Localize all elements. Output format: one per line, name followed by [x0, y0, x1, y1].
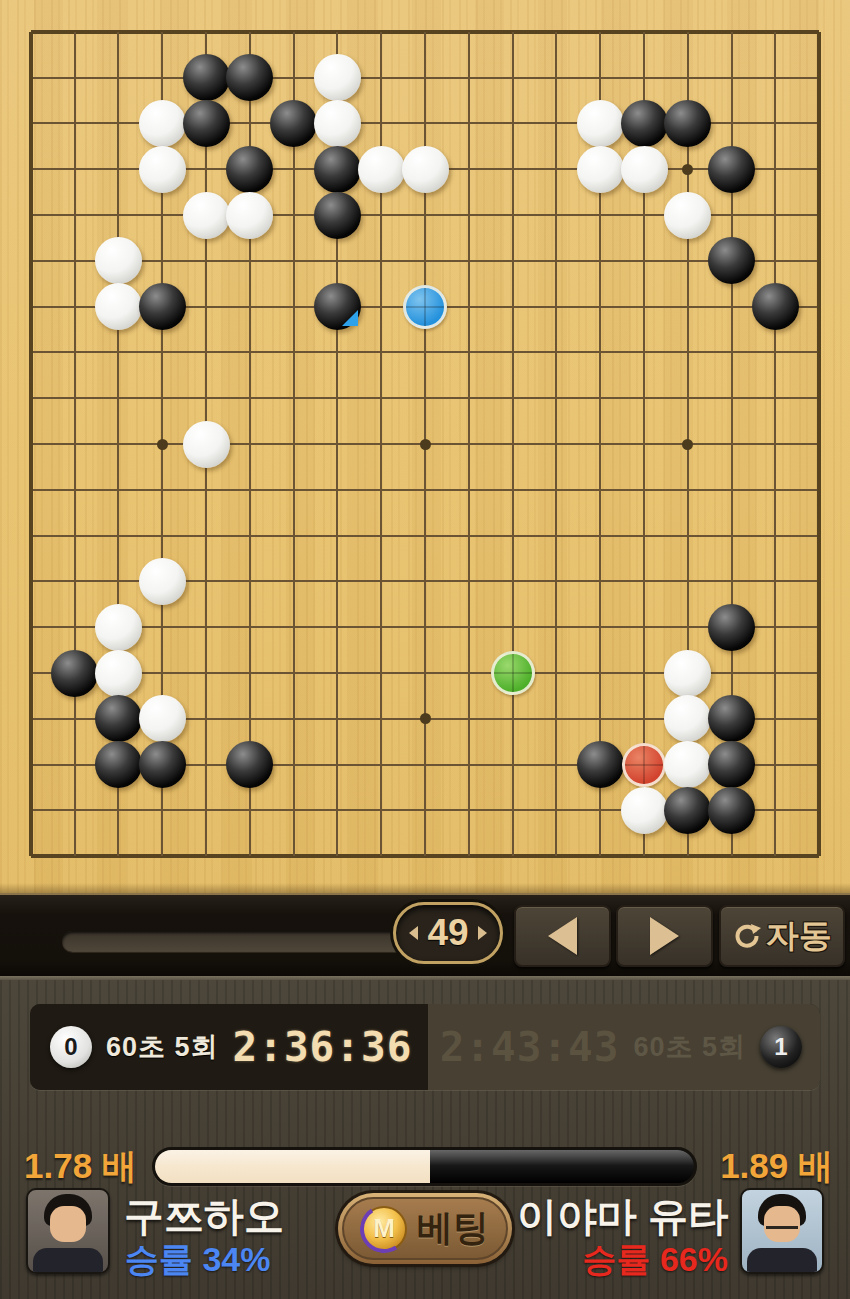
board-intersection[interactable] [622, 467, 666, 513]
board-intersection[interactable] [140, 513, 184, 559]
board-intersection[interactable] [447, 55, 491, 101]
board-intersection[interactable] [491, 101, 535, 147]
board-intersection[interactable] [316, 421, 360, 467]
board-intersection[interactable] [535, 833, 579, 879]
board-intersection[interactable] [403, 650, 447, 696]
board-intersection[interactable] [272, 467, 316, 513]
board-intersection[interactable] [359, 238, 403, 284]
board-intersection[interactable] [184, 192, 228, 238]
board-intersection[interactable] [403, 9, 447, 55]
board-intersection[interactable] [53, 238, 97, 284]
board-intersection[interactable] [535, 284, 579, 330]
board-intersection[interactable] [359, 467, 403, 513]
board-intersection[interactable] [184, 375, 228, 421]
board-intersection[interactable] [578, 101, 622, 147]
board-intersection[interactable] [97, 9, 141, 55]
board-intersection[interactable] [140, 55, 184, 101]
board-intersection[interactable] [710, 421, 754, 467]
board-intersection[interactable] [359, 330, 403, 376]
board-intersection[interactable] [359, 192, 403, 238]
board-intersection[interactable] [797, 330, 841, 376]
board-intersection[interactable] [359, 788, 403, 834]
board-intersection[interactable] [97, 375, 141, 421]
board-intersection[interactable] [491, 788, 535, 834]
board-intersection[interactable] [140, 330, 184, 376]
board-intersection[interactable] [622, 742, 666, 788]
board-intersection[interactable] [491, 604, 535, 650]
board-intersection[interactable] [491, 467, 535, 513]
board-intersection[interactable] [272, 604, 316, 650]
board-intersection[interactable] [710, 650, 754, 696]
board-intersection[interactable] [184, 650, 228, 696]
board-intersection[interactable] [754, 9, 798, 55]
board-intersection[interactable] [53, 421, 97, 467]
board-intersection[interactable] [359, 9, 403, 55]
board-intersection[interactable] [666, 284, 710, 330]
board-intersection[interactable] [535, 604, 579, 650]
board-intersection[interactable] [622, 101, 666, 147]
board-intersection[interactable] [754, 696, 798, 742]
board-intersection[interactable] [754, 513, 798, 559]
board-intersection[interactable] [622, 696, 666, 742]
board-intersection[interactable] [316, 375, 360, 421]
board-intersection[interactable] [491, 146, 535, 192]
board-intersection[interactable] [228, 559, 272, 605]
board-intersection[interactable] [666, 650, 710, 696]
board-intersection[interactable] [359, 696, 403, 742]
board-intersection[interactable] [797, 833, 841, 879]
board-intersection[interactable] [140, 696, 184, 742]
board-intersection[interactable] [140, 284, 184, 330]
board-intersection[interactable] [491, 9, 535, 55]
board-intersection[interactable] [797, 788, 841, 834]
board-intersection[interactable] [97, 650, 141, 696]
board-intersection[interactable] [9, 788, 53, 834]
board-intersection[interactable] [535, 559, 579, 605]
prev-move-button[interactable] [514, 905, 611, 967]
board-intersection[interactable] [9, 650, 53, 696]
board-intersection[interactable] [53, 284, 97, 330]
board-intersection[interactable] [491, 375, 535, 421]
board-intersection[interactable] [666, 375, 710, 421]
board-intersection[interactable] [797, 650, 841, 696]
board-intersection[interactable] [403, 513, 447, 559]
board-intersection[interactable] [316, 192, 360, 238]
board-intersection[interactable] [140, 192, 184, 238]
board-intersection[interactable] [359, 650, 403, 696]
board-intersection[interactable] [666, 330, 710, 376]
board-intersection[interactable] [578, 696, 622, 742]
board-intersection[interactable] [9, 833, 53, 879]
board-intersection[interactable] [53, 146, 97, 192]
board-intersection[interactable] [797, 742, 841, 788]
move-counter-pill[interactable]: 49 [393, 902, 503, 964]
board-intersection[interactable] [184, 9, 228, 55]
board-intersection[interactable] [535, 101, 579, 147]
board-intersection[interactable] [140, 238, 184, 284]
board-intersection[interactable] [710, 742, 754, 788]
board-intersection[interactable] [316, 467, 360, 513]
board-intersection[interactable] [754, 284, 798, 330]
board-intersection[interactable] [578, 330, 622, 376]
board-intersection[interactable] [140, 650, 184, 696]
board-intersection[interactable] [359, 604, 403, 650]
board-intersection[interactable] [535, 192, 579, 238]
board-intersection[interactable] [447, 192, 491, 238]
board-intersection[interactable] [447, 101, 491, 147]
board-intersection[interactable] [710, 833, 754, 879]
board-intersection[interactable] [622, 650, 666, 696]
board-intersection[interactable] [447, 833, 491, 879]
board-intersection[interactable] [359, 742, 403, 788]
board-intersection[interactable] [797, 238, 841, 284]
board-intersection[interactable] [403, 788, 447, 834]
board-intersection[interactable] [535, 788, 579, 834]
board-intersection[interactable] [403, 55, 447, 101]
board-intersection[interactable] [272, 146, 316, 192]
board-intersection[interactable] [666, 238, 710, 284]
board-intersection[interactable] [272, 375, 316, 421]
board-intersection[interactable] [622, 146, 666, 192]
board-intersection[interactable] [9, 604, 53, 650]
board-intersection[interactable] [710, 788, 754, 834]
board-intersection[interactable] [359, 284, 403, 330]
board-intersection[interactable] [316, 696, 360, 742]
board-intersection[interactable] [53, 788, 97, 834]
board-intersection[interactable] [272, 421, 316, 467]
board-intersection[interactable] [140, 559, 184, 605]
board-intersection[interactable] [491, 650, 535, 696]
board-intersection[interactable] [666, 421, 710, 467]
board-intersection[interactable] [316, 650, 360, 696]
board-intersection[interactable] [359, 375, 403, 421]
board-intersection[interactable] [666, 55, 710, 101]
board-intersection[interactable] [272, 9, 316, 55]
board-intersection[interactable] [184, 742, 228, 788]
board-intersection[interactable] [316, 833, 360, 879]
board-intersection[interactable] [53, 375, 97, 421]
board-intersection[interactable] [359, 513, 403, 559]
board-intersection[interactable] [140, 833, 184, 879]
board-intersection[interactable] [272, 513, 316, 559]
board-intersection[interactable] [316, 146, 360, 192]
board-intersection[interactable] [491, 284, 535, 330]
board-intersection[interactable] [403, 559, 447, 605]
board-intersection[interactable] [184, 146, 228, 192]
board-intersection[interactable] [622, 604, 666, 650]
board-intersection[interactable] [316, 284, 360, 330]
board-intersection[interactable] [9, 696, 53, 742]
board-intersection[interactable] [578, 238, 622, 284]
board-intersection[interactable] [535, 650, 579, 696]
board-intersection[interactable] [9, 55, 53, 101]
board-intersection[interactable] [359, 55, 403, 101]
board-intersection[interactable] [447, 742, 491, 788]
board-intersection[interactable] [53, 559, 97, 605]
board-intersection[interactable] [491, 513, 535, 559]
board-intersection[interactable] [666, 146, 710, 192]
board-intersection[interactable] [140, 604, 184, 650]
board-intersection[interactable] [184, 604, 228, 650]
board-intersection[interactable] [272, 833, 316, 879]
board-intersection[interactable] [666, 742, 710, 788]
board-intersection[interactable] [272, 559, 316, 605]
board-intersection[interactable] [447, 375, 491, 421]
board-intersection[interactable] [666, 604, 710, 650]
board-intersection[interactable] [272, 696, 316, 742]
board-intersection[interactable] [316, 101, 360, 147]
board-intersection[interactable] [578, 146, 622, 192]
board-intersection[interactable] [228, 467, 272, 513]
board-intersection[interactable] [403, 238, 447, 284]
board-intersection[interactable] [403, 284, 447, 330]
board-intersection[interactable] [666, 513, 710, 559]
board-intersection[interactable] [228, 513, 272, 559]
board-intersection[interactable] [754, 421, 798, 467]
board-intersection[interactable] [9, 467, 53, 513]
board-intersection[interactable] [754, 330, 798, 376]
board-intersection[interactable] [53, 192, 97, 238]
board-intersection[interactable] [535, 696, 579, 742]
board-intersection[interactable] [754, 192, 798, 238]
board-intersection[interactable] [97, 192, 141, 238]
board-intersection[interactable] [184, 101, 228, 147]
board-intersection[interactable] [797, 146, 841, 192]
board-intersection[interactable] [316, 742, 360, 788]
board-intersection[interactable] [754, 788, 798, 834]
board-intersection[interactable] [535, 742, 579, 788]
board-intersection[interactable] [622, 375, 666, 421]
board-intersection[interactable] [228, 330, 272, 376]
board-intersection[interactable] [403, 421, 447, 467]
board-intersection[interactable] [578, 604, 622, 650]
board-intersection[interactable] [184, 421, 228, 467]
board-intersection[interactable] [710, 559, 754, 605]
board-intersection[interactable] [403, 192, 447, 238]
board-intersection[interactable] [228, 55, 272, 101]
board-intersection[interactable] [53, 742, 97, 788]
board-intersection[interactable] [754, 101, 798, 147]
board-intersection[interactable] [797, 604, 841, 650]
board-intersection[interactable] [228, 101, 272, 147]
board-intersection[interactable] [754, 742, 798, 788]
board-intersection[interactable] [710, 696, 754, 742]
board-intersection[interactable] [666, 788, 710, 834]
board-intersection[interactable] [710, 192, 754, 238]
board-intersection[interactable] [53, 55, 97, 101]
board-intersection[interactable] [272, 742, 316, 788]
board-intersection[interactable] [797, 101, 841, 147]
board-intersection[interactable] [578, 9, 622, 55]
board-intersection[interactable] [578, 513, 622, 559]
board-intersection[interactable] [359, 146, 403, 192]
board-intersection[interactable] [97, 467, 141, 513]
board-intersection[interactable] [359, 833, 403, 879]
board-intersection[interactable] [53, 467, 97, 513]
board-intersection[interactable] [710, 604, 754, 650]
board-grid[interactable] [9, 9, 841, 879]
board-intersection[interactable] [622, 330, 666, 376]
board-intersection[interactable] [403, 467, 447, 513]
board-intersection[interactable] [53, 9, 97, 55]
board-intersection[interactable] [754, 375, 798, 421]
board-intersection[interactable] [797, 375, 841, 421]
board-intersection[interactable] [9, 101, 53, 147]
board-intersection[interactable] [228, 650, 272, 696]
board-intersection[interactable] [140, 9, 184, 55]
board-intersection[interactable] [622, 559, 666, 605]
board-intersection[interactable] [797, 559, 841, 605]
board-intersection[interactable] [754, 467, 798, 513]
bet-button[interactable]: M 베팅 [338, 1193, 512, 1264]
board-intersection[interactable] [710, 55, 754, 101]
board-intersection[interactable] [272, 788, 316, 834]
board-intersection[interactable] [578, 192, 622, 238]
board-intersection[interactable] [578, 284, 622, 330]
board-intersection[interactable] [622, 513, 666, 559]
board-intersection[interactable] [447, 559, 491, 605]
board-intersection[interactable] [622, 833, 666, 879]
board-intersection[interactable] [403, 330, 447, 376]
board-intersection[interactable] [97, 559, 141, 605]
board-intersection[interactable] [403, 604, 447, 650]
board-intersection[interactable] [622, 55, 666, 101]
board-intersection[interactable] [447, 696, 491, 742]
board-intersection[interactable] [578, 421, 622, 467]
board-intersection[interactable] [535, 330, 579, 376]
board-intersection[interactable] [710, 101, 754, 147]
board-intersection[interactable] [535, 467, 579, 513]
board-intersection[interactable] [622, 238, 666, 284]
board-intersection[interactable] [535, 238, 579, 284]
board-intersection[interactable] [228, 192, 272, 238]
board-intersection[interactable] [578, 650, 622, 696]
board-intersection[interactable] [491, 421, 535, 467]
board-intersection[interactable] [9, 238, 53, 284]
board-intersection[interactable] [9, 9, 53, 55]
board-intersection[interactable] [754, 833, 798, 879]
board-intersection[interactable] [491, 742, 535, 788]
board-intersection[interactable] [403, 146, 447, 192]
board-intersection[interactable] [403, 101, 447, 147]
board-intersection[interactable] [359, 559, 403, 605]
board-intersection[interactable] [754, 238, 798, 284]
board-intersection[interactable] [272, 238, 316, 284]
board-intersection[interactable] [447, 421, 491, 467]
board-intersection[interactable] [403, 833, 447, 879]
board-intersection[interactable] [754, 55, 798, 101]
board-intersection[interactable] [447, 146, 491, 192]
board-intersection[interactable] [184, 55, 228, 101]
board-intersection[interactable] [797, 467, 841, 513]
board-intersection[interactable] [535, 375, 579, 421]
board-intersection[interactable] [9, 375, 53, 421]
board-intersection[interactable] [228, 788, 272, 834]
board-intersection[interactable] [447, 604, 491, 650]
board-intersection[interactable] [797, 696, 841, 742]
board-intersection[interactable] [754, 650, 798, 696]
board-intersection[interactable] [491, 192, 535, 238]
board-intersection[interactable] [184, 833, 228, 879]
next-move-button[interactable] [616, 905, 713, 967]
board-intersection[interactable] [710, 330, 754, 376]
board-intersection[interactable] [491, 238, 535, 284]
board-intersection[interactable] [666, 192, 710, 238]
board-intersection[interactable] [754, 559, 798, 605]
board-intersection[interactable] [666, 696, 710, 742]
board-intersection[interactable] [9, 513, 53, 559]
board-intersection[interactable] [797, 284, 841, 330]
board-intersection[interactable] [797, 192, 841, 238]
board-intersection[interactable] [491, 330, 535, 376]
board-intersection[interactable] [272, 650, 316, 696]
board-intersection[interactable] [578, 742, 622, 788]
board-intersection[interactable] [797, 513, 841, 559]
board-intersection[interactable] [710, 467, 754, 513]
board-intersection[interactable] [578, 467, 622, 513]
board-intersection[interactable] [359, 421, 403, 467]
board-intersection[interactable] [403, 375, 447, 421]
board-intersection[interactable] [447, 330, 491, 376]
board-intersection[interactable] [97, 238, 141, 284]
board-intersection[interactable] [491, 833, 535, 879]
board-intersection[interactable] [316, 9, 360, 55]
board-intersection[interactable] [53, 604, 97, 650]
board-intersection[interactable] [97, 421, 141, 467]
board-intersection[interactable] [578, 55, 622, 101]
board-intersection[interactable] [53, 833, 97, 879]
board-intersection[interactable] [754, 146, 798, 192]
board-intersection[interactable] [622, 284, 666, 330]
board-intersection[interactable] [272, 330, 316, 376]
board-intersection[interactable] [97, 696, 141, 742]
board-intersection[interactable] [710, 375, 754, 421]
board-intersection[interactable] [797, 55, 841, 101]
board-intersection[interactable] [97, 513, 141, 559]
board-intersection[interactable] [53, 696, 97, 742]
board-intersection[interactable] [140, 101, 184, 147]
board-intersection[interactable] [184, 284, 228, 330]
board-intersection[interactable] [184, 696, 228, 742]
board-intersection[interactable] [666, 467, 710, 513]
board-intersection[interactable] [97, 284, 141, 330]
board-intersection[interactable] [316, 330, 360, 376]
board-intersection[interactable] [272, 192, 316, 238]
board-intersection[interactable] [710, 238, 754, 284]
board-intersection[interactable] [272, 55, 316, 101]
board-intersection[interactable] [97, 788, 141, 834]
board-intersection[interactable] [666, 9, 710, 55]
board-intersection[interactable] [140, 146, 184, 192]
board-intersection[interactable] [622, 192, 666, 238]
board-intersection[interactable] [316, 788, 360, 834]
board-intersection[interactable] [447, 467, 491, 513]
board-intersection[interactable] [797, 9, 841, 55]
board-intersection[interactable] [140, 742, 184, 788]
board-intersection[interactable] [447, 788, 491, 834]
board-intersection[interactable] [184, 788, 228, 834]
board-intersection[interactable] [184, 238, 228, 284]
board-intersection[interactable] [535, 9, 579, 55]
board-intersection[interactable] [53, 330, 97, 376]
board-intersection[interactable] [447, 9, 491, 55]
board-intersection[interactable] [228, 696, 272, 742]
board-intersection[interactable] [228, 375, 272, 421]
board-intersection[interactable] [140, 375, 184, 421]
board-intersection[interactable] [710, 284, 754, 330]
board-intersection[interactable] [9, 146, 53, 192]
board-intersection[interactable] [9, 742, 53, 788]
